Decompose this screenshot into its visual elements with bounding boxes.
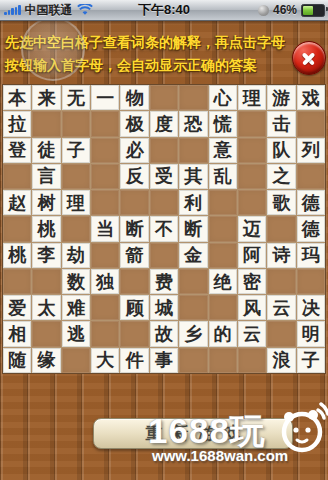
grid-cell[interactable]: 密 <box>238 269 266 294</box>
grid-cell[interactable]: 本 <box>3 85 31 110</box>
restart-button-label: 重新游戏 <box>146 422 250 445</box>
grid-cell-blocked <box>91 321 119 346</box>
grid-cell-blocked <box>179 269 207 294</box>
grid-cell[interactable]: 金 <box>179 243 207 268</box>
grid-cell[interactable]: 之 <box>267 164 295 189</box>
grid-cell-blocked <box>179 295 207 320</box>
grid-cell[interactable]: 太 <box>32 295 60 320</box>
grid-cell[interactable]: 德 <box>297 216 325 241</box>
grid-cell-blocked <box>179 348 207 373</box>
grid-cell-blocked <box>238 111 266 136</box>
grid-cell-blocked <box>150 138 178 163</box>
grid-cell-blocked <box>238 138 266 163</box>
grid-cell-blocked <box>120 321 148 346</box>
grid-cell-blocked <box>32 269 60 294</box>
grid-cell-blocked <box>297 269 325 294</box>
grid-cell-blocked <box>62 216 90 241</box>
grid-cell-blocked <box>62 111 90 136</box>
grid-cell-blocked <box>297 111 325 136</box>
grid-cell-blocked <box>91 111 119 136</box>
grid-cell[interactable]: 心 <box>209 85 237 110</box>
close-button[interactable] <box>292 41 326 75</box>
grid-cell[interactable]: 云 <box>238 321 266 346</box>
grid-cell[interactable]: 件 <box>120 348 148 373</box>
grid-cell[interactable]: 事 <box>150 348 178 373</box>
grid-cell-blocked <box>267 216 295 241</box>
grid-cell[interactable]: 难 <box>62 295 90 320</box>
grid-cell[interactable]: 赵 <box>3 190 31 215</box>
grid-cell[interactable]: 列 <box>297 138 325 163</box>
grid-cell[interactable]: 乱 <box>209 164 237 189</box>
grid-cell-blocked <box>267 321 295 346</box>
grid-cell[interactable]: 数 <box>62 269 90 294</box>
grid-cell[interactable]: 必 <box>120 138 148 163</box>
grid-cell[interactable]: 歌 <box>267 190 295 215</box>
grid-cell[interactable]: 箭 <box>120 243 148 268</box>
grid-cell[interactable]: 绝 <box>209 269 237 294</box>
grid-cell-blocked <box>297 164 325 189</box>
grid-cell[interactable]: 乡 <box>179 321 207 346</box>
grid-cell-blocked <box>179 138 207 163</box>
grid-cell-blocked <box>3 269 31 294</box>
grid-cell-blocked <box>91 190 119 215</box>
grid-cell[interactable]: 独 <box>91 269 119 294</box>
grid-cell[interactable]: 慌 <box>209 111 237 136</box>
grid-cell-blocked <box>120 269 148 294</box>
grid-cell[interactable]: 云 <box>267 295 295 320</box>
grid-cell[interactable]: 受 <box>150 164 178 189</box>
grid-cell[interactable]: 费 <box>150 269 178 294</box>
grid-cell[interactable]: 浪 <box>267 348 295 373</box>
grid-cell[interactable]: 登 <box>3 138 31 163</box>
grid-cell[interactable]: 理 <box>62 190 90 215</box>
grid-cell-blocked <box>91 295 119 320</box>
grid-cell[interactable]: 劫 <box>62 243 90 268</box>
grid-cell-blocked <box>62 348 90 373</box>
grid-cell[interactable]: 断 <box>179 216 207 241</box>
grid-cell-blocked <box>209 190 237 215</box>
grid-cell[interactable]: 桃 <box>32 216 60 241</box>
grid-cell[interactable]: 故 <box>150 321 178 346</box>
grid-cell-blocked <box>179 85 207 110</box>
grid-cell-blocked <box>3 164 31 189</box>
grid-cell[interactable]: 队 <box>267 138 295 163</box>
grid-cell-blocked <box>32 321 60 346</box>
watermark-url: www.1688wan.com <box>152 447 288 464</box>
grid-cell[interactable]: 击 <box>267 111 295 136</box>
grid-cell-blocked <box>91 138 119 163</box>
grid-cell[interactable]: 德 <box>297 190 325 215</box>
grid-cell[interactable]: 利 <box>179 190 207 215</box>
grid-cell[interactable]: 风 <box>238 295 266 320</box>
grid-cell[interactable]: 拉 <box>3 111 31 136</box>
battery-icon <box>301 4 325 17</box>
grid-cell-blocked <box>209 348 237 373</box>
grid-cell[interactable]: 迈 <box>238 216 266 241</box>
grid-cell[interactable]: 诗 <box>267 243 295 268</box>
battery-percent-label: 46% <box>273 3 297 17</box>
grid-cell[interactable]: 物 <box>120 85 148 110</box>
restart-button[interactable]: 重新游戏 <box>93 418 293 449</box>
grid-cell[interactable]: 树 <box>32 190 60 215</box>
grid-cell[interactable]: 当 <box>91 216 119 241</box>
grid-cell-blocked <box>238 164 266 189</box>
grid-cell[interactable]: 反 <box>120 164 148 189</box>
grid-cell-blocked <box>209 216 237 241</box>
grid-cell-blocked <box>3 216 31 241</box>
grid-cell[interactable]: 来 <box>32 85 60 110</box>
grid-cell[interactable]: 逃 <box>62 321 90 346</box>
grid-cell-blocked <box>150 85 178 110</box>
assistive-touch-overlay[interactable] <box>21 17 85 81</box>
grid-cell[interactable]: 理 <box>238 85 266 110</box>
app-screen: 中国联通 下午8:40 46% 先选中空白格子查看词条的解释，再点击字母 按钮输… <box>0 0 328 480</box>
grid-cell-blocked <box>32 111 60 136</box>
grid-cell[interactable]: 随 <box>3 348 31 373</box>
grid-cell-blocked <box>267 269 295 294</box>
grid-cell[interactable]: 缘 <box>32 348 60 373</box>
grid-cell[interactable]: 子 <box>62 138 90 163</box>
grid-cell[interactable]: 徒 <box>32 138 60 163</box>
grid-cell-blocked <box>62 164 90 189</box>
grid-cell[interactable]: 大 <box>91 348 119 373</box>
grid-cell[interactable]: 断 <box>120 216 148 241</box>
grid-cell[interactable]: 李 <box>32 243 60 268</box>
grid-cell[interactable]: 爱 <box>3 295 31 320</box>
grid-cell-blocked <box>209 295 237 320</box>
grid-cell[interactable]: 的 <box>209 321 237 346</box>
grid-cell-blocked <box>150 243 178 268</box>
grid-cell-blocked <box>91 164 119 189</box>
grid-cell[interactable]: 极 <box>120 111 148 136</box>
gray-dot-icon <box>258 5 269 16</box>
grid-cell-blocked <box>238 190 266 215</box>
grid-cell[interactable]: 阿 <box>238 243 266 268</box>
grid-cell[interactable]: 戏 <box>297 85 325 110</box>
grid-cell[interactable]: 玛 <box>297 243 325 268</box>
grid-cell[interactable]: 意 <box>209 138 237 163</box>
grid-cell[interactable]: 其 <box>179 164 207 189</box>
grid-cell[interactable]: 子 <box>297 348 325 373</box>
grid-cell-blocked <box>238 348 266 373</box>
grid-cell[interactable]: 不 <box>150 216 178 241</box>
crossword-board: 本来无一物心理游戏拉极度恐慌击登徒子必意队列言反受其乱之赵树理利歌德桃当断不断迈… <box>2 84 326 374</box>
grid-cell[interactable]: 决 <box>297 295 325 320</box>
grid-cell[interactable]: 城 <box>150 295 178 320</box>
grid-cell[interactable]: 明 <box>297 321 325 346</box>
grid-cell[interactable]: 桃 <box>3 243 31 268</box>
grid-cell-blocked <box>209 243 237 268</box>
status-bar: 中国联通 下午8:40 46% <box>0 0 328 21</box>
grid-cell[interactable]: 言 <box>32 164 60 189</box>
grid-cell[interactable]: 相 <box>3 321 31 346</box>
grid-cell-blocked <box>150 190 178 215</box>
grid-cell[interactable]: 恐 <box>179 111 207 136</box>
grid-cell[interactable]: 一 <box>91 85 119 110</box>
grid-cell[interactable]: 游 <box>267 85 295 110</box>
grid-cell[interactable]: 度 <box>150 111 178 136</box>
grid-cell[interactable]: 无 <box>62 85 90 110</box>
grid-cell[interactable]: 顾 <box>120 295 148 320</box>
grid-cell-blocked <box>120 190 148 215</box>
grid-cell-blocked <box>91 243 119 268</box>
